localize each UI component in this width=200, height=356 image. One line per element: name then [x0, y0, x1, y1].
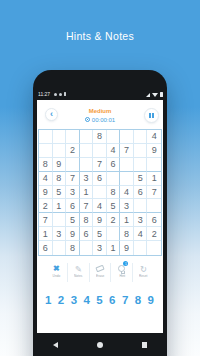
sudoku-cell-r8c7[interactable]: 8	[120, 227, 134, 241]
sudoku-cell-r5c5[interactable]	[93, 186, 107, 200]
eraser-icon	[95, 265, 104, 273]
sudoku-cell-r5c6[interactable]: 8	[107, 186, 121, 200]
sudoku-cell-r7c1[interactable]: 7	[39, 213, 53, 227]
sudoku-cell-r3c9[interactable]	[147, 158, 161, 172]
timer-value: 00:00:01	[92, 117, 115, 123]
sudoku-cell-r3c7[interactable]	[120, 158, 134, 172]
signal-icon	[146, 93, 150, 97]
sudoku-cell-r3c8[interactable]	[134, 158, 148, 172]
sudoku-cell-r4c4[interactable]: 3	[80, 172, 94, 186]
sudoku-cell-r9c4[interactable]	[80, 241, 94, 255]
sudoku-cell-r1c3[interactable]	[66, 130, 80, 144]
sudoku-cell-r6c9[interactable]	[147, 199, 161, 213]
sudoku-cell-r7c2[interactable]	[53, 213, 67, 227]
sudoku-cell-r4c5[interactable]: 6	[93, 172, 107, 186]
sudoku-cell-r4c8[interactable]: 5	[134, 172, 148, 186]
sudoku-cell-r5c9[interactable]: 7	[147, 186, 161, 200]
sudoku-cell-r2c7[interactable]: 7	[120, 144, 134, 158]
sudoku-grid: 8424798976487365195318467216745375892136…	[38, 129, 162, 256]
sudoku-cell-r2c8[interactable]	[134, 144, 148, 158]
sudoku-cell-r6c6[interactable]: 5	[107, 199, 121, 213]
notification-icon	[54, 93, 57, 96]
sudoku-cell-r4c2[interactable]: 8	[53, 172, 67, 186]
undo-label: Undo	[53, 274, 61, 277]
sudoku-cell-r7c8[interactable]: 3	[134, 213, 148, 227]
sudoku-cell-r4c6[interactable]	[107, 172, 121, 186]
sudoku-cell-r9c8[interactable]	[134, 241, 148, 255]
sudoku-cell-r1c4[interactable]	[80, 130, 94, 144]
reset-button[interactable]: ↻ Reset	[132, 263, 154, 282]
sudoku-cell-r6c8[interactable]	[134, 199, 148, 213]
sudoku-cell-r9c7[interactable]: 9	[120, 241, 134, 255]
sudoku-cell-r3c5[interactable]: 7	[93, 158, 107, 172]
sudoku-cell-r9c9[interactable]	[147, 241, 161, 255]
sudoku-cell-r3c4[interactable]	[80, 158, 94, 172]
sudoku-cell-r7c4[interactable]: 8	[80, 213, 94, 227]
app-screen: ‹ Medium 00:00:01 8424798976487365195318…	[37, 100, 163, 333]
sudoku-cell-r9c3[interactable]: 8	[66, 241, 80, 255]
sudoku-cell-r6c5[interactable]: 4	[93, 199, 107, 213]
sudoku-cell-r7c6[interactable]: 2	[107, 213, 121, 227]
hint-count-badge: 1	[123, 261, 129, 267]
sudoku-cell-r6c3[interactable]: 6	[66, 199, 80, 213]
page-title: Hints & Notes	[0, 30, 200, 42]
sudoku-cell-r6c2[interactable]: 1	[53, 199, 67, 213]
nav-back-icon[interactable]	[53, 342, 58, 348]
sudoku-cell-r5c3[interactable]: 3	[66, 186, 80, 200]
status-time: 11:27	[38, 91, 50, 97]
sudoku-cell-r9c2[interactable]	[53, 241, 67, 255]
sudoku-cell-r9c5[interactable]: 3	[93, 241, 107, 255]
sudoku-cell-r4c1[interactable]: 4	[39, 172, 53, 186]
numpad-6[interactable]: 6	[109, 294, 115, 306]
pause-button[interactable]	[144, 108, 159, 123]
lightbulb-icon	[118, 265, 125, 272]
sudoku-cell-r5c2[interactable]: 5	[53, 186, 67, 200]
erase-button[interactable]: Erase	[89, 263, 111, 282]
nav-recents-icon[interactable]	[142, 342, 148, 348]
tutorial-card: Hints & Notes 11:27 ‹ Medium 00:00:01	[0, 0, 200, 356]
sudoku-cell-r1c2[interactable]	[53, 130, 67, 144]
sudoku-cell-r4c9[interactable]: 1	[147, 172, 161, 186]
sudoku-cell-r1c9[interactable]: 4	[147, 130, 161, 144]
sudoku-cell-r2c1[interactable]	[39, 144, 53, 158]
numpad-9[interactable]: 9	[148, 294, 154, 306]
sudoku-cell-r6c1[interactable]: 2	[39, 199, 53, 213]
sudoku-cell-r1c8[interactable]	[134, 130, 148, 144]
status-bar: 11:27	[38, 89, 163, 99]
sudoku-cell-r8c2[interactable]: 3	[53, 227, 67, 241]
sudoku-cell-r8c4[interactable]: 6	[80, 227, 94, 241]
undo-icon: ✖	[53, 264, 60, 273]
sudoku-cell-r1c1[interactable]	[39, 130, 53, 144]
sudoku-cell-r8c3[interactable]: 9	[66, 227, 80, 241]
sudoku-cell-r4c7[interactable]	[120, 172, 134, 186]
sudoku-cell-r9c6[interactable]: 1	[107, 241, 121, 255]
sudoku-cell-r1c7[interactable]	[120, 130, 134, 144]
sudoku-cell-r3c1[interactable]: 8	[39, 158, 53, 172]
numpad-1[interactable]: 1	[45, 294, 51, 306]
sudoku-cell-r2c3[interactable]: 2	[66, 144, 80, 158]
sudoku-cell-r8c9[interactable]: 2	[147, 227, 161, 241]
battery-icon	[160, 92, 163, 97]
sudoku-cell-r9c1[interactable]: 6	[39, 241, 53, 255]
notification-icon	[59, 93, 62, 96]
sudoku-cell-r4c3[interactable]: 7	[66, 172, 80, 186]
sudoku-cell-r8c8[interactable]: 4	[134, 227, 148, 241]
erase-label: Erase	[96, 274, 104, 277]
numpad-5[interactable]: 5	[96, 294, 102, 306]
sudoku-cell-r6c4[interactable]: 7	[80, 199, 94, 213]
undo-button[interactable]: ✖ Undo	[46, 263, 67, 282]
sudoku-cell-r3c2[interactable]: 9	[53, 158, 67, 172]
reset-icon: ↻	[140, 264, 147, 274]
wifi-icon	[152, 93, 158, 97]
numpad-8[interactable]: 8	[135, 294, 141, 306]
sudoku-cell-r5c1[interactable]: 9	[39, 186, 53, 200]
sudoku-cell-r7c7[interactable]: 1	[120, 213, 134, 227]
clock-icon	[85, 117, 90, 122]
sudoku-cell-r8c1[interactable]: 1	[39, 227, 53, 241]
android-nav-bar	[53, 340, 147, 350]
numpad-3[interactable]: 3	[71, 294, 77, 306]
sudoku-cell-r5c4[interactable]: 1	[80, 186, 94, 200]
battery-notification-icon	[64, 92, 67, 96]
hint-label: Hint	[119, 274, 125, 277]
reset-label: Reset	[139, 274, 147, 277]
sudoku-cell-r7c5[interactable]: 9	[93, 213, 107, 227]
sudoku-cell-r5c8[interactable]: 6	[134, 186, 148, 200]
sudoku-cell-r8c6[interactable]	[107, 227, 121, 241]
sudoku-cell-r3c6[interactable]: 6	[107, 158, 121, 172]
sudoku-cell-r1c5[interactable]: 8	[93, 130, 107, 144]
sudoku-cell-r2c6[interactable]: 4	[107, 144, 121, 158]
sudoku-cell-r6c7[interactable]: 3	[120, 199, 134, 213]
notes-button[interactable]: ✎ Notes	[67, 263, 89, 282]
sudoku-cell-r2c4[interactable]	[80, 144, 94, 158]
numpad-4[interactable]: 4	[83, 294, 89, 306]
pause-icon	[149, 113, 154, 118]
nav-home-icon[interactable]	[97, 342, 103, 348]
number-pad: 1 2 3 4 5 6 7 8 9	[45, 293, 154, 307]
sudoku-cell-r2c5[interactable]	[93, 144, 107, 158]
hint-button[interactable]: 1 Hint	[110, 263, 132, 282]
sudoku-cell-r8c5[interactable]: 5	[93, 227, 107, 241]
sudoku-cell-r7c9[interactable]: 6	[147, 213, 161, 227]
sudoku-cell-r5c7[interactable]: 4	[120, 186, 134, 200]
notes-label: Notes	[74, 274, 82, 277]
phone-mockup: 11:27 ‹ Medium 00:00:01	[33, 70, 167, 356]
sudoku-cell-r2c2[interactable]	[53, 144, 67, 158]
sudoku-cell-r3c3[interactable]	[66, 158, 80, 172]
sudoku-cell-r7c3[interactable]: 5	[66, 213, 80, 227]
sudoku-cell-r1c6[interactable]	[107, 130, 121, 144]
sudoku-cell-r2c9[interactable]: 9	[147, 144, 161, 158]
numpad-2[interactable]: 2	[58, 294, 64, 306]
toolbar: ✖ Undo ✎ Notes Erase 1 Hint	[46, 263, 154, 282]
pencil-icon: ✎	[75, 264, 82, 274]
numpad-7[interactable]: 7	[122, 294, 128, 306]
